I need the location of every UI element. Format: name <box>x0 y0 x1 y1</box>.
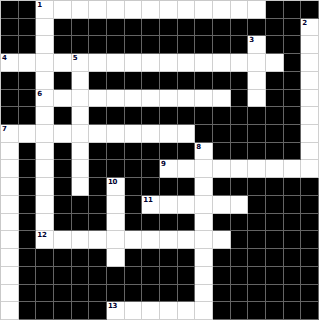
black-cell <box>54 214 72 232</box>
black-cell <box>107 107 125 125</box>
white-cell[interactable] <box>72 1 90 19</box>
white-cell[interactable]: 5 <box>72 54 90 72</box>
black-cell <box>266 231 284 249</box>
black-cell <box>284 249 302 267</box>
black-cell <box>178 178 196 196</box>
white-cell[interactable] <box>107 196 125 214</box>
white-cell[interactable] <box>107 214 125 232</box>
white-cell[interactable] <box>125 1 143 19</box>
black-cell <box>160 36 178 54</box>
black-cell <box>107 36 125 54</box>
black-cell <box>72 285 90 303</box>
white-cell[interactable] <box>231 54 249 72</box>
black-cell <box>142 285 160 303</box>
clue-number: 6 <box>37 90 42 98</box>
black-cell <box>266 302 284 320</box>
white-cell[interactable] <box>213 196 231 214</box>
black-cell <box>213 285 231 303</box>
black-cell <box>284 196 302 214</box>
black-cell <box>1 72 19 90</box>
white-cell[interactable] <box>36 19 54 37</box>
white-cell[interactable] <box>195 196 213 214</box>
white-cell[interactable] <box>36 72 54 90</box>
white-cell[interactable] <box>178 90 196 108</box>
white-cell[interactable] <box>284 160 302 178</box>
white-cell[interactable] <box>1 285 19 303</box>
white-cell[interactable] <box>266 54 284 72</box>
white-cell[interactable] <box>213 1 231 19</box>
black-cell <box>36 302 54 320</box>
black-cell <box>89 214 107 232</box>
black-cell <box>266 19 284 37</box>
black-cell <box>72 267 90 285</box>
black-cell <box>231 285 249 303</box>
black-cell <box>301 196 319 214</box>
black-cell <box>125 107 143 125</box>
white-cell[interactable] <box>213 231 231 249</box>
black-cell <box>89 36 107 54</box>
white-cell[interactable] <box>195 231 213 249</box>
black-cell <box>54 160 72 178</box>
black-cell <box>178 285 196 303</box>
white-cell[interactable] <box>266 160 284 178</box>
white-cell[interactable] <box>89 125 107 143</box>
black-cell <box>72 36 90 54</box>
clue-number: 1 <box>37 1 42 9</box>
black-cell <box>1 19 19 37</box>
white-cell[interactable] <box>89 231 107 249</box>
white-cell[interactable] <box>36 160 54 178</box>
black-cell <box>72 302 90 320</box>
black-cell <box>19 285 37 303</box>
black-cell <box>213 214 231 232</box>
white-cell[interactable] <box>1 196 19 214</box>
black-cell <box>19 249 37 267</box>
white-cell[interactable] <box>178 125 196 143</box>
black-cell <box>284 143 302 161</box>
black-cell <box>231 302 249 320</box>
white-cell[interactable] <box>72 125 90 143</box>
white-cell[interactable] <box>54 1 72 19</box>
white-cell[interactable] <box>1 214 19 232</box>
white-cell[interactable] <box>178 196 196 214</box>
black-cell <box>266 107 284 125</box>
white-cell[interactable] <box>195 1 213 19</box>
white-cell[interactable] <box>195 54 213 72</box>
white-cell[interactable]: 2 <box>301 19 319 37</box>
black-cell <box>248 178 266 196</box>
black-cell <box>231 231 249 249</box>
black-cell <box>213 36 231 54</box>
black-cell <box>301 267 319 285</box>
black-cell <box>266 178 284 196</box>
black-cell <box>213 249 231 267</box>
black-cell <box>142 160 160 178</box>
white-cell[interactable] <box>1 249 19 267</box>
black-cell <box>266 72 284 90</box>
white-cell[interactable] <box>36 54 54 72</box>
white-cell[interactable] <box>142 54 160 72</box>
white-cell[interactable]: 11 <box>142 196 160 214</box>
black-cell <box>19 143 37 161</box>
white-cell[interactable] <box>142 302 160 320</box>
white-cell[interactable] <box>1 160 19 178</box>
white-cell[interactable] <box>178 302 196 320</box>
black-cell <box>301 249 319 267</box>
black-cell <box>54 19 72 37</box>
white-cell[interactable] <box>125 302 143 320</box>
white-cell[interactable] <box>107 125 125 143</box>
white-cell[interactable] <box>1 302 19 320</box>
white-cell[interactable] <box>213 160 231 178</box>
black-cell <box>248 125 266 143</box>
black-cell <box>89 107 107 125</box>
white-cell[interactable] <box>195 249 213 267</box>
black-cell <box>19 19 37 37</box>
white-cell[interactable] <box>1 178 19 196</box>
white-cell[interactable] <box>72 143 90 161</box>
black-cell <box>266 214 284 232</box>
black-cell <box>125 19 143 37</box>
white-cell[interactable] <box>1 143 19 161</box>
white-cell[interactable]: 6 <box>36 90 54 108</box>
black-cell <box>248 196 266 214</box>
white-cell[interactable] <box>36 214 54 232</box>
black-cell <box>160 107 178 125</box>
black-cell <box>1 36 19 54</box>
black-cell <box>54 72 72 90</box>
white-cell[interactable] <box>19 54 37 72</box>
black-cell <box>284 72 302 90</box>
black-cell <box>248 231 266 249</box>
white-cell[interactable] <box>54 54 72 72</box>
black-cell <box>89 285 107 303</box>
white-cell[interactable] <box>301 125 319 143</box>
black-cell <box>19 107 37 125</box>
white-cell[interactable] <box>36 36 54 54</box>
black-cell <box>19 267 37 285</box>
white-cell[interactable] <box>301 36 319 54</box>
black-cell <box>231 90 249 108</box>
white-cell[interactable]: 3 <box>248 36 266 54</box>
black-cell <box>1 1 19 19</box>
black-cell <box>213 19 231 37</box>
white-cell[interactable] <box>160 196 178 214</box>
black-cell <box>195 125 213 143</box>
black-cell <box>125 143 143 161</box>
black-cell <box>284 214 302 232</box>
white-cell[interactable] <box>125 90 143 108</box>
black-cell <box>54 302 72 320</box>
white-cell[interactable] <box>160 54 178 72</box>
black-cell <box>160 19 178 37</box>
black-cell <box>36 267 54 285</box>
black-cell <box>160 267 178 285</box>
black-cell <box>19 1 37 19</box>
black-cell <box>19 178 37 196</box>
black-cell <box>142 178 160 196</box>
black-cell <box>301 214 319 232</box>
black-cell <box>284 125 302 143</box>
black-cell <box>284 107 302 125</box>
white-cell[interactable] <box>231 1 249 19</box>
black-cell <box>248 302 266 320</box>
white-cell[interactable]: 12 <box>36 231 54 249</box>
black-cell <box>107 267 125 285</box>
black-cell <box>54 249 72 267</box>
white-cell[interactable] <box>248 90 266 108</box>
clue-number: 9 <box>161 160 166 168</box>
white-cell[interactable] <box>89 90 107 108</box>
clue-number: 12 <box>37 231 46 239</box>
black-cell <box>89 178 107 196</box>
black-cell <box>125 249 143 267</box>
black-cell <box>1 107 19 125</box>
black-cell <box>266 125 284 143</box>
black-cell <box>248 285 266 303</box>
black-cell <box>19 302 37 320</box>
white-cell[interactable] <box>125 54 143 72</box>
black-cell <box>231 143 249 161</box>
white-cell[interactable] <box>248 1 266 19</box>
black-cell <box>213 143 231 161</box>
white-cell[interactable] <box>1 267 19 285</box>
white-cell[interactable] <box>195 267 213 285</box>
black-cell <box>266 285 284 303</box>
white-cell[interactable] <box>54 231 72 249</box>
black-cell <box>19 160 37 178</box>
white-cell[interactable] <box>231 196 249 214</box>
white-cell[interactable] <box>19 125 37 143</box>
white-cell[interactable] <box>54 125 72 143</box>
black-cell <box>54 178 72 196</box>
white-cell[interactable] <box>178 160 196 178</box>
white-cell[interactable] <box>142 125 160 143</box>
black-cell <box>213 125 231 143</box>
black-cell <box>284 36 302 54</box>
black-cell <box>107 285 125 303</box>
clue-number: 11 <box>143 196 152 204</box>
white-cell[interactable] <box>89 54 107 72</box>
black-cell <box>89 249 107 267</box>
white-cell[interactable] <box>142 1 160 19</box>
black-cell <box>231 36 249 54</box>
black-cell <box>231 72 249 90</box>
black-cell <box>160 178 178 196</box>
black-cell <box>36 285 54 303</box>
white-cell[interactable] <box>195 160 213 178</box>
white-cell[interactable]: 9 <box>160 160 178 178</box>
white-cell[interactable] <box>72 90 90 108</box>
black-cell <box>284 54 302 72</box>
white-cell[interactable] <box>213 54 231 72</box>
white-cell[interactable]: 10 <box>107 178 125 196</box>
black-cell <box>19 90 37 108</box>
black-cell <box>54 285 72 303</box>
white-cell[interactable] <box>248 54 266 72</box>
black-cell <box>178 107 196 125</box>
clue-number: 2 <box>302 19 307 27</box>
white-cell[interactable] <box>36 125 54 143</box>
black-cell <box>160 249 178 267</box>
white-cell[interactable] <box>142 90 160 108</box>
white-cell[interactable] <box>178 54 196 72</box>
white-cell[interactable] <box>72 231 90 249</box>
black-cell <box>54 196 72 214</box>
black-cell <box>125 36 143 54</box>
clue-number: 5 <box>73 54 78 62</box>
black-cell <box>178 249 196 267</box>
white-cell[interactable]: 1 <box>36 1 54 19</box>
black-cell <box>125 196 143 214</box>
black-cell <box>142 267 160 285</box>
white-cell[interactable] <box>160 125 178 143</box>
clue-number: 13 <box>108 302 117 310</box>
white-cell[interactable] <box>72 107 90 125</box>
black-cell <box>231 125 249 143</box>
white-cell[interactable] <box>107 249 125 267</box>
white-cell[interactable] <box>72 160 90 178</box>
black-cell <box>266 196 284 214</box>
white-cell[interactable] <box>195 178 213 196</box>
black-cell <box>107 143 125 161</box>
white-cell[interactable] <box>248 160 266 178</box>
black-cell <box>284 267 302 285</box>
white-cell[interactable] <box>142 231 160 249</box>
white-cell[interactable] <box>107 1 125 19</box>
white-cell[interactable] <box>301 160 319 178</box>
black-cell <box>248 107 266 125</box>
white-cell[interactable] <box>36 143 54 161</box>
black-cell <box>54 107 72 125</box>
black-cell <box>125 72 143 90</box>
white-cell[interactable]: 8 <box>195 143 213 161</box>
black-cell <box>72 249 90 267</box>
black-cell <box>231 249 249 267</box>
white-cell[interactable] <box>1 231 19 249</box>
black-cell <box>19 72 37 90</box>
white-cell[interactable] <box>72 178 90 196</box>
black-cell <box>160 72 178 90</box>
black-cell <box>19 231 37 249</box>
black-cell <box>284 285 302 303</box>
black-cell <box>231 267 249 285</box>
black-cell <box>89 19 107 37</box>
white-cell[interactable] <box>301 72 319 90</box>
white-cell[interactable] <box>107 90 125 108</box>
black-cell <box>54 267 72 285</box>
black-cell <box>142 214 160 232</box>
white-cell[interactable] <box>160 302 178 320</box>
black-cell <box>107 160 125 178</box>
white-cell[interactable] <box>231 160 249 178</box>
black-cell <box>213 72 231 90</box>
white-cell[interactable]: 7 <box>1 125 19 143</box>
white-cell[interactable] <box>195 214 213 232</box>
white-cell[interactable] <box>72 72 90 90</box>
black-cell <box>142 249 160 267</box>
white-cell[interactable] <box>213 90 231 108</box>
white-cell[interactable] <box>160 1 178 19</box>
white-cell[interactable] <box>301 54 319 72</box>
black-cell <box>19 36 37 54</box>
white-cell[interactable] <box>301 90 319 108</box>
black-cell <box>107 72 125 90</box>
white-cell[interactable] <box>125 125 143 143</box>
black-cell <box>266 267 284 285</box>
white-cell[interactable] <box>36 178 54 196</box>
black-cell <box>195 19 213 37</box>
white-cell[interactable] <box>301 107 319 125</box>
black-cell <box>160 214 178 232</box>
black-cell <box>72 19 90 37</box>
black-cell <box>301 302 319 320</box>
black-cell <box>213 267 231 285</box>
white-cell[interactable] <box>160 231 178 249</box>
clue-number: 10 <box>108 178 117 186</box>
black-cell <box>89 160 107 178</box>
black-cell <box>160 143 178 161</box>
black-cell <box>284 302 302 320</box>
white-cell[interactable] <box>195 285 213 303</box>
white-cell[interactable]: 13 <box>107 302 125 320</box>
black-cell <box>125 285 143 303</box>
white-cell[interactable] <box>54 90 72 108</box>
black-cell <box>284 19 302 37</box>
black-cell <box>178 19 196 37</box>
white-cell[interactable] <box>125 231 143 249</box>
white-cell[interactable] <box>301 143 319 161</box>
black-cell <box>107 19 125 37</box>
white-cell[interactable] <box>178 231 196 249</box>
black-cell <box>72 214 90 232</box>
white-cell[interactable]: 4 <box>1 54 19 72</box>
black-cell <box>142 143 160 161</box>
white-cell[interactable] <box>36 107 54 125</box>
black-cell <box>89 196 107 214</box>
black-cell <box>1 90 19 108</box>
black-cell <box>54 36 72 54</box>
black-cell <box>248 214 266 232</box>
black-cell <box>301 178 319 196</box>
black-cell <box>89 267 107 285</box>
white-cell[interactable] <box>195 90 213 108</box>
white-cell[interactable] <box>107 54 125 72</box>
black-cell <box>248 249 266 267</box>
black-cell <box>142 107 160 125</box>
black-cell <box>231 107 249 125</box>
white-cell[interactable] <box>178 1 196 19</box>
white-cell[interactable] <box>107 231 125 249</box>
black-cell <box>284 1 302 19</box>
clue-number: 3 <box>249 36 254 44</box>
white-cell[interactable] <box>195 302 213 320</box>
black-cell <box>284 178 302 196</box>
black-cell <box>213 302 231 320</box>
white-cell[interactable] <box>89 1 107 19</box>
black-cell <box>195 36 213 54</box>
black-cell <box>178 72 196 90</box>
black-cell <box>213 107 231 125</box>
black-cell <box>178 214 196 232</box>
white-cell[interactable] <box>160 90 178 108</box>
white-cell[interactable] <box>248 72 266 90</box>
black-cell <box>89 72 107 90</box>
black-cell <box>72 196 90 214</box>
white-cell[interactable] <box>36 196 54 214</box>
black-cell <box>195 107 213 125</box>
black-cell <box>178 36 196 54</box>
